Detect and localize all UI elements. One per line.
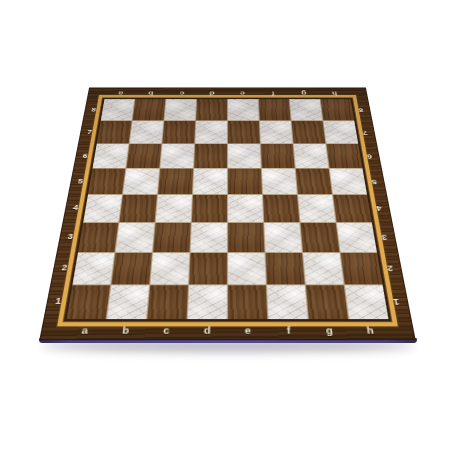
rank-label-left-7: 7: [87, 129, 93, 135]
rank-label-right-8: 8: [359, 107, 365, 113]
rank-label-right-3: 3: [382, 233, 389, 241]
rank-label-left-1: 1: [55, 297, 62, 306]
square-e8: [228, 99, 259, 120]
square-d6: [194, 144, 227, 168]
file-label-bottom-e: e: [245, 325, 251, 335]
file-label-top-d: d: [210, 90, 215, 96]
square-d8: [196, 99, 227, 120]
square-g1: [306, 285, 348, 319]
square-c2: [150, 253, 189, 284]
square-a2: [73, 253, 115, 284]
chess-board: abcdefgh abcdefgh 87654321 87654321: [39, 87, 415, 340]
square-d5: [193, 169, 227, 194]
rank-label-left-5: 5: [77, 178, 83, 185]
square-b6: [126, 144, 161, 168]
file-label-top-f: f: [272, 90, 275, 96]
square-d7: [195, 121, 227, 143]
square-b1: [107, 285, 149, 319]
square-h6: [326, 144, 362, 168]
square-f2: [266, 253, 305, 284]
file-label-bottom-c: c: [163, 325, 170, 335]
file-label-bottom-a: a: [81, 325, 89, 335]
rank-label-right-6: 6: [367, 153, 373, 159]
square-f8: [259, 99, 291, 120]
square-b7: [130, 121, 164, 143]
file-label-top-c: c: [179, 90, 184, 96]
square-f5: [262, 169, 297, 194]
board-squares: [67, 99, 389, 319]
rank-label-left-2: 2: [61, 264, 68, 272]
rank-label-left-6: 6: [82, 153, 88, 159]
rank-label-right-2: 2: [387, 264, 394, 272]
square-a7: [97, 121, 132, 143]
square-h7: [323, 121, 358, 143]
square-a8: [101, 99, 135, 120]
square-g3: [300, 223, 339, 252]
square-f1: [267, 285, 308, 319]
square-e4: [228, 195, 263, 222]
file-label-bottom-d: d: [204, 325, 211, 335]
square-b2: [111, 253, 152, 284]
square-f4: [263, 195, 299, 222]
square-g7: [292, 121, 326, 143]
file-label-top-h: h: [331, 90, 337, 96]
square-a5: [88, 169, 125, 194]
square-a1: [67, 285, 111, 319]
square-a6: [93, 144, 129, 168]
square-d4: [192, 195, 227, 222]
square-b8: [133, 99, 166, 120]
square-e7: [228, 121, 260, 143]
square-b3: [116, 223, 155, 252]
square-g5: [296, 169, 332, 194]
square-f3: [264, 223, 302, 252]
square-e5: [228, 169, 262, 194]
square-c3: [153, 223, 191, 252]
square-g4: [298, 195, 336, 222]
square-c7: [162, 121, 195, 143]
product-photo-stage: abcdefgh abcdefgh 87654321 87654321: [0, 0, 450, 450]
square-h1: [345, 285, 389, 319]
file-label-top-e: e: [240, 90, 245, 96]
file-label-bottom-h: h: [366, 325, 374, 335]
square-f7: [260, 121, 293, 143]
file-label-bottom-g: g: [325, 325, 333, 335]
rank-label-left-4: 4: [72, 205, 78, 212]
square-c6: [160, 144, 194, 168]
file-label-bottom-f: f: [286, 325, 290, 335]
square-f6: [261, 144, 295, 168]
square-a3: [78, 223, 118, 252]
rank-label-right-5: 5: [371, 178, 377, 185]
square-e3: [228, 223, 264, 252]
square-h5: [330, 169, 367, 194]
square-h4: [333, 195, 372, 222]
square-e1: [228, 285, 267, 319]
square-b5: [123, 169, 159, 194]
square-b4: [119, 195, 157, 222]
file-label-bottom-b: b: [122, 325, 130, 335]
square-a4: [83, 195, 122, 222]
square-d1: [188, 285, 227, 319]
square-d3: [191, 223, 227, 252]
rank-label-right-1: 1: [393, 297, 400, 306]
square-c4: [156, 195, 192, 222]
square-h2: [341, 253, 383, 284]
square-c1: [147, 285, 188, 319]
square-c8: [164, 99, 196, 120]
square-g6: [294, 144, 329, 168]
rank-label-right-7: 7: [363, 129, 369, 135]
file-labels-top: abcdefgh: [105, 87, 351, 98]
square-e2: [228, 253, 266, 284]
rank-label-left-8: 8: [91, 107, 97, 113]
square-d2: [189, 253, 227, 284]
square-g8: [290, 99, 323, 120]
file-label-top-b: b: [148, 90, 154, 96]
square-e6: [228, 144, 261, 168]
file-labels-bottom: abcdefgh: [63, 320, 392, 340]
square-h8: [321, 99, 355, 120]
file-label-top-g: g: [301, 90, 307, 96]
rank-label-left-3: 3: [67, 233, 74, 241]
rank-label-right-4: 4: [376, 205, 382, 212]
file-label-top-a: a: [118, 90, 123, 96]
square-g2: [303, 253, 344, 284]
square-c5: [158, 169, 193, 194]
square-h3: [337, 223, 377, 252]
